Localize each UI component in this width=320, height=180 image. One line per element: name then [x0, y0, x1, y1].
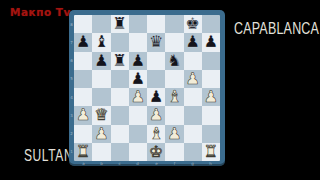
square-e3[interactable]: ♟ [147, 106, 165, 124]
square-e8[interactable] [147, 15, 165, 33]
board-squares: ♜♚♟♝♛♟♟♟♜♟♞♟♟♟♟♝♟♟♛♟♟♝♟♜♚♜ [74, 15, 220, 161]
piece-white-bishop-f4[interactable]: ♝ [165, 88, 183, 106]
square-b3[interactable]: ♛ [92, 106, 110, 124]
piece-black-king-g8[interactable]: ♚ [184, 15, 202, 33]
piece-black-pawn-g7[interactable]: ♟ [184, 33, 202, 51]
video-frame: Макпо Tv CAPABLANCA SULTAN ♜♚♟♝♛♟♟♟♜♟♞♟♟… [0, 0, 320, 180]
rank-label-8: 8 [70, 22, 74, 26]
piece-white-pawn-h4[interactable]: ♟ [202, 88, 220, 106]
square-b1[interactable] [92, 143, 110, 161]
square-h4[interactable]: ♟ [202, 88, 220, 106]
square-f7[interactable] [165, 33, 183, 51]
square-h1[interactable]: ♜ [202, 143, 220, 161]
file-label-h: h [209, 162, 213, 166]
square-e7[interactable]: ♛ [147, 33, 165, 51]
square-f3[interactable] [165, 106, 183, 124]
square-h3[interactable] [202, 106, 220, 124]
square-f5[interactable] [165, 70, 183, 88]
file-label-c: c [118, 162, 122, 166]
white-player-label: SULTAN [24, 146, 73, 165]
file-label-b: b [99, 162, 103, 166]
piece-black-knight-f6[interactable]: ♞ [165, 51, 183, 69]
rank-label-1: 1 [70, 150, 74, 154]
piece-black-queen-e7[interactable]: ♛ [147, 33, 165, 51]
square-g6[interactable] [184, 52, 202, 70]
square-f8[interactable] [165, 15, 183, 33]
square-d7[interactable] [129, 33, 147, 51]
rank-label-2: 2 [70, 132, 74, 136]
square-a4[interactable] [74, 88, 92, 106]
square-e2[interactable]: ♝ [147, 125, 165, 143]
square-e4[interactable]: ♟ [147, 88, 165, 106]
piece-black-pawn-d6[interactable]: ♟ [129, 51, 147, 69]
piece-black-pawn-a7[interactable]: ♟ [74, 33, 92, 51]
square-c8[interactable]: ♜ [111, 15, 129, 33]
square-c4[interactable] [111, 88, 129, 106]
square-b8[interactable] [92, 15, 110, 33]
square-b5[interactable] [92, 70, 110, 88]
piece-black-pawn-b6[interactable]: ♟ [92, 51, 110, 69]
piece-white-king-e1[interactable]: ♚ [147, 142, 165, 160]
rank-label-3: 3 [70, 113, 74, 117]
square-g3[interactable] [184, 106, 202, 124]
square-h6[interactable] [202, 52, 220, 70]
square-g2[interactable] [184, 125, 202, 143]
rank-label-5: 5 [70, 77, 74, 81]
channel-watermark: Макпо Tv [10, 6, 71, 18]
square-g5[interactable]: ♟ [184, 70, 202, 88]
piece-black-pawn-h7[interactable]: ♟ [202, 33, 220, 51]
black-player-label: CAPABLANCA [234, 20, 319, 38]
piece-white-bishop-e2[interactable]: ♝ [147, 124, 165, 142]
square-b4[interactable] [92, 88, 110, 106]
square-g4[interactable] [184, 88, 202, 106]
square-h2[interactable] [202, 125, 220, 143]
piece-white-rook-a1[interactable]: ♜ [74, 142, 92, 160]
square-c7[interactable] [111, 33, 129, 51]
square-a8[interactable] [74, 15, 92, 33]
square-g8[interactable]: ♚ [184, 15, 202, 33]
square-e5[interactable] [147, 70, 165, 88]
square-a1[interactable]: ♜ [74, 143, 92, 161]
piece-black-rook-c8[interactable]: ♜ [111, 15, 129, 33]
piece-black-pawn-e4[interactable]: ♟ [147, 88, 165, 106]
piece-white-pawn-g5[interactable]: ♟ [184, 69, 202, 87]
piece-white-rook-h1[interactable]: ♜ [202, 142, 220, 160]
square-d4[interactable]: ♟ [129, 88, 147, 106]
square-e1[interactable]: ♚ [147, 143, 165, 161]
square-a2[interactable] [74, 125, 92, 143]
square-a6[interactable] [74, 52, 92, 70]
square-b7[interactable]: ♝ [92, 33, 110, 51]
square-a7[interactable]: ♟ [74, 33, 92, 51]
square-c5[interactable] [111, 70, 129, 88]
file-label-f: f [172, 162, 176, 166]
square-d8[interactable] [129, 15, 147, 33]
file-label-g: g [191, 162, 195, 166]
square-e6[interactable] [147, 52, 165, 70]
rank-label-4: 4 [70, 95, 74, 99]
piece-white-queen-b3[interactable]: ♛ [92, 106, 110, 124]
square-d5[interactable]: ♟ [129, 70, 147, 88]
square-b2[interactable]: ♟ [92, 125, 110, 143]
square-a5[interactable] [74, 70, 92, 88]
rank-label-7: 7 [70, 40, 74, 44]
chess-board: ♜♚♟♝♛♟♟♟♜♟♞♟♟♟♟♝♟♟♛♟♟♝♟♜♚♜ 87654321abcde… [69, 10, 225, 166]
square-c6[interactable]: ♜ [111, 52, 129, 70]
square-f6[interactable]: ♞ [165, 52, 183, 70]
square-d6[interactable]: ♟ [129, 52, 147, 70]
square-a3[interactable]: ♟ [74, 106, 92, 124]
piece-white-pawn-e3[interactable]: ♟ [147, 106, 165, 124]
piece-black-pawn-d5[interactable]: ♟ [129, 69, 147, 87]
square-d3[interactable] [129, 106, 147, 124]
piece-white-pawn-d4[interactable]: ♟ [129, 88, 147, 106]
piece-white-pawn-f2[interactable]: ♟ [165, 124, 183, 142]
piece-white-pawn-b2[interactable]: ♟ [92, 124, 110, 142]
file-label-e: e [154, 162, 158, 166]
square-h7[interactable]: ♟ [202, 33, 220, 51]
square-c3[interactable] [111, 106, 129, 124]
square-c1[interactable] [111, 143, 129, 161]
square-f2[interactable]: ♟ [165, 125, 183, 143]
file-label-a: a [81, 162, 85, 166]
piece-white-pawn-a3[interactable]: ♟ [74, 106, 92, 124]
square-c2[interactable] [111, 125, 129, 143]
square-d1[interactable] [129, 143, 147, 161]
square-h5[interactable] [202, 70, 220, 88]
square-h8[interactable] [202, 15, 220, 33]
file-label-d: d [136, 162, 140, 166]
square-f1[interactable] [165, 143, 183, 161]
square-d2[interactable] [129, 125, 147, 143]
rank-label-6: 6 [70, 59, 74, 63]
square-g1[interactable] [184, 143, 202, 161]
square-f4[interactable]: ♝ [165, 88, 183, 106]
piece-black-rook-c6[interactable]: ♜ [111, 51, 129, 69]
square-b6[interactable]: ♟ [92, 52, 110, 70]
piece-black-bishop-b7[interactable]: ♝ [92, 33, 110, 51]
square-g7[interactable]: ♟ [184, 33, 202, 51]
